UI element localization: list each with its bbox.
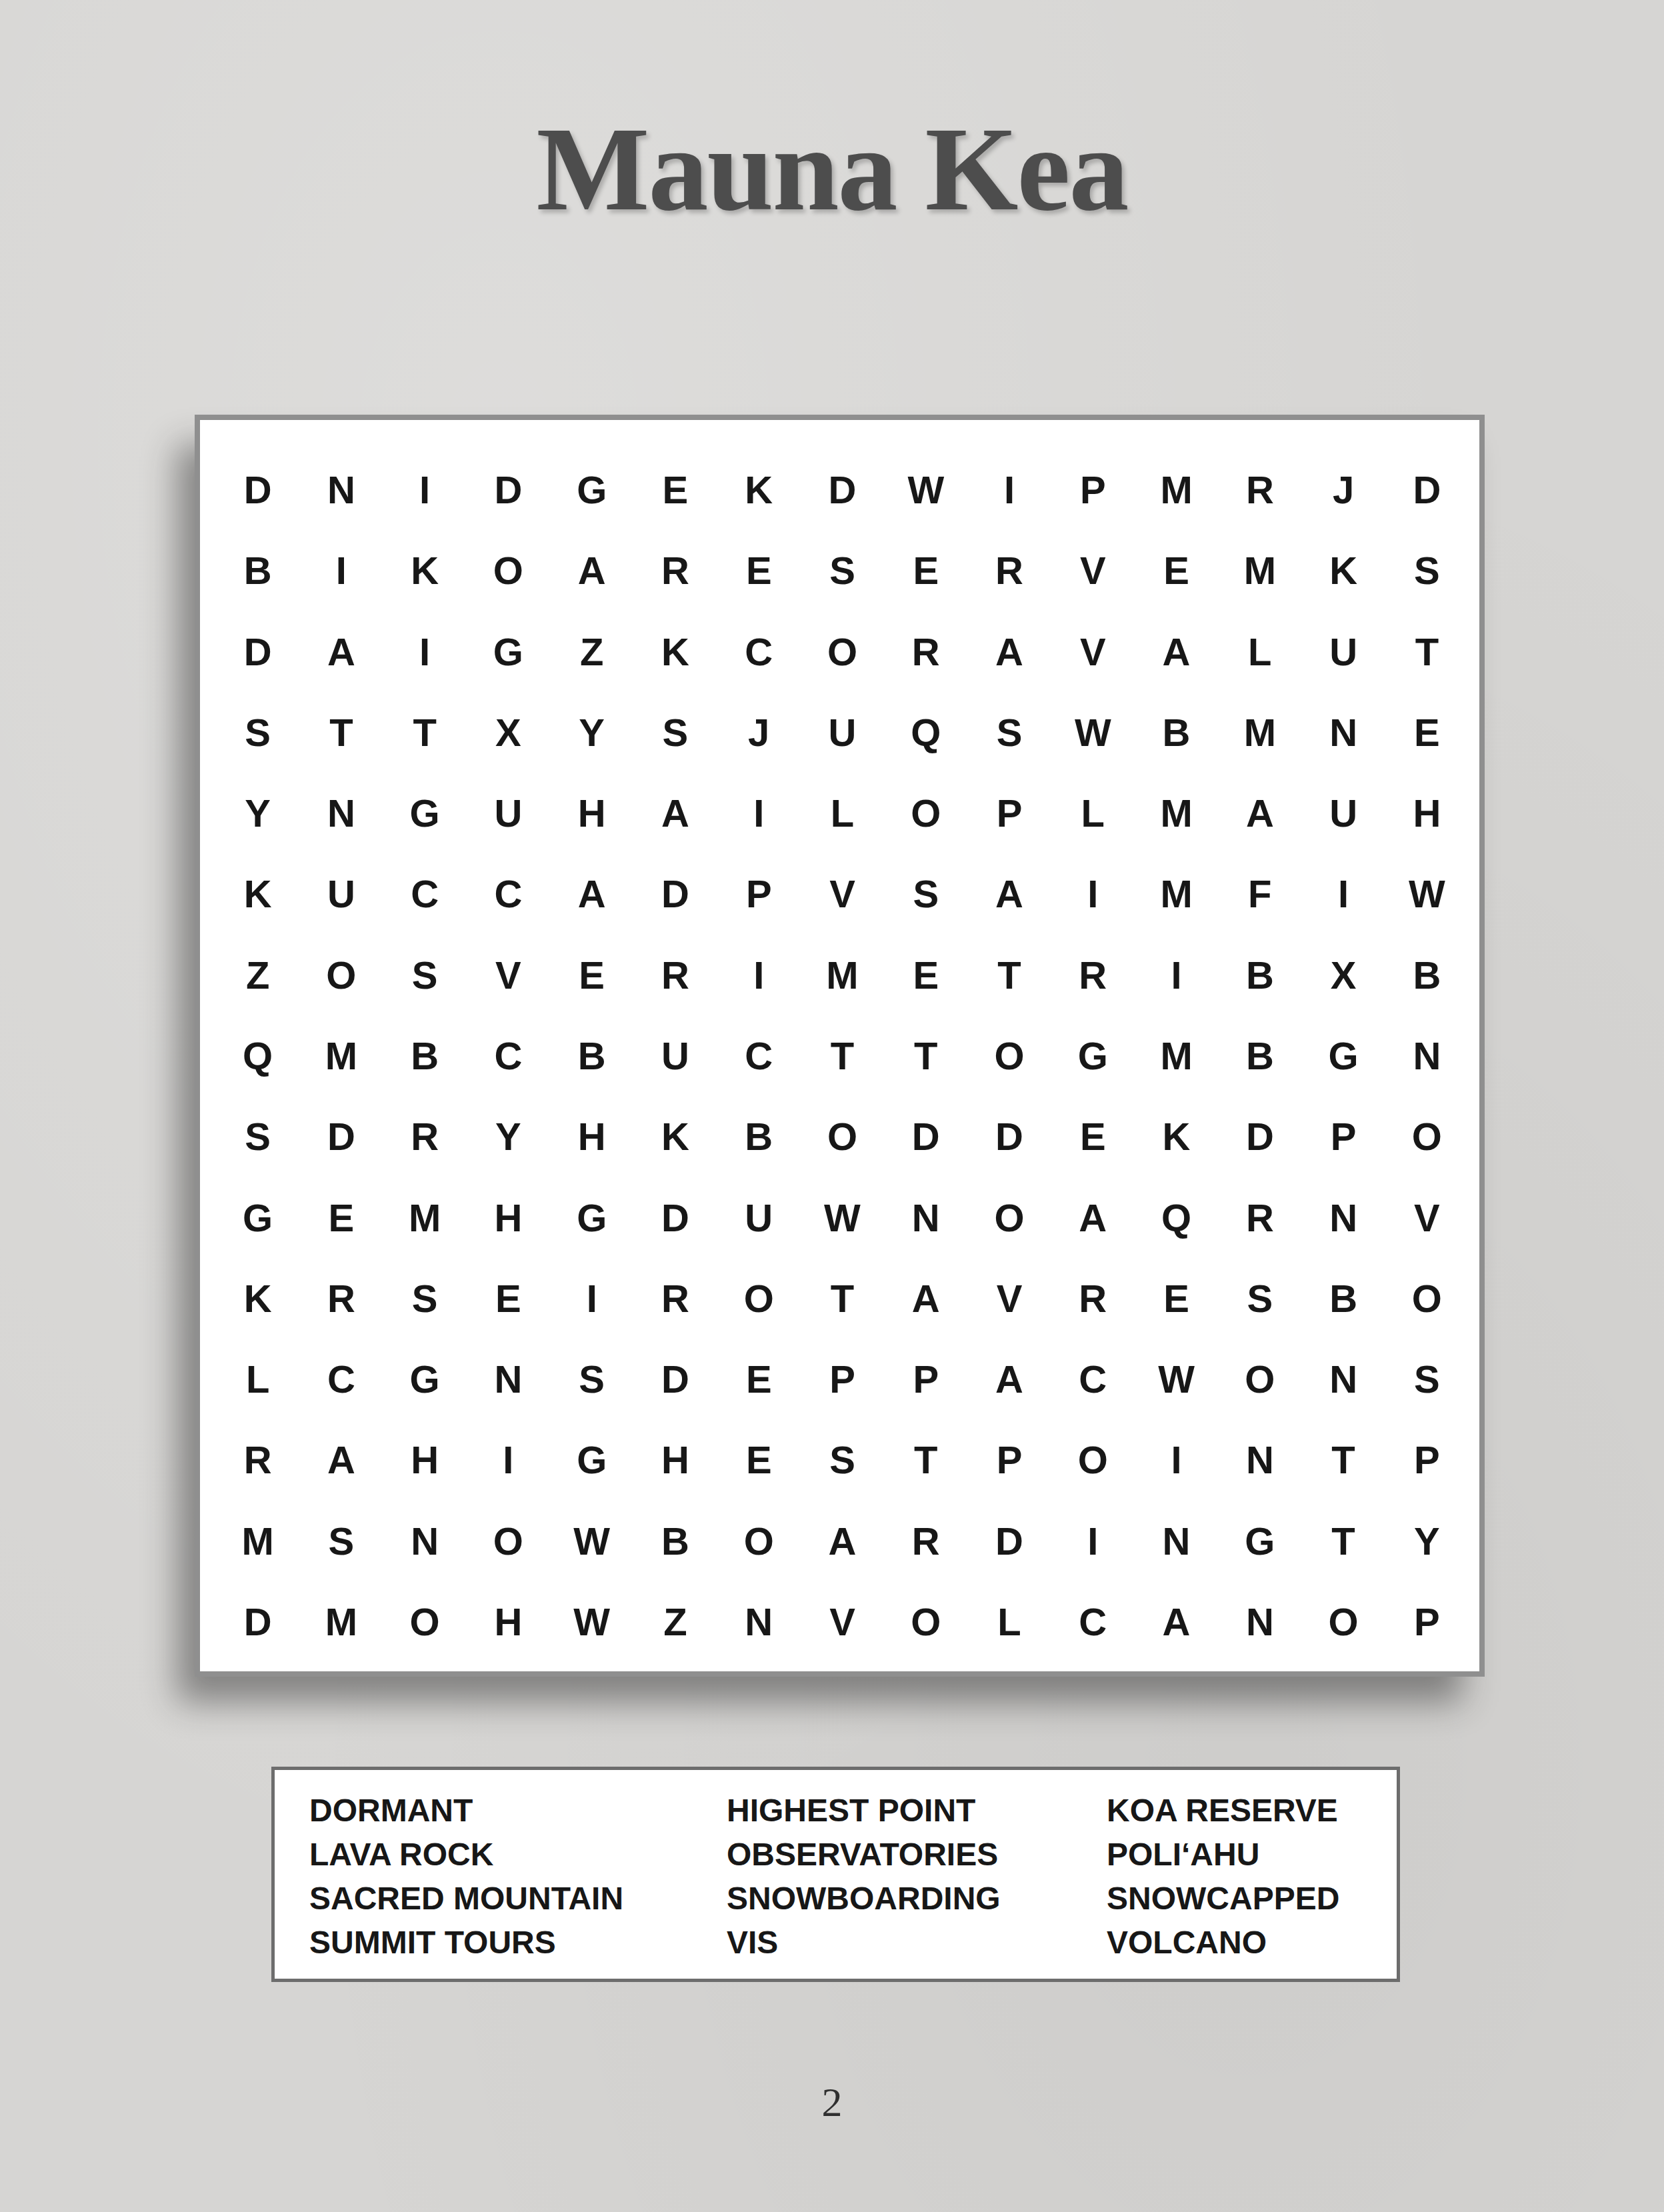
word-list-item: HIGHEST POINT <box>727 1789 1107 1833</box>
grid-cell-r4c1[interactable]: S <box>216 692 299 773</box>
grid-cell-r14c13[interactable]: G <box>1218 1500 1301 1581</box>
grid-cell-r14c9[interactable]: R <box>884 1500 967 1581</box>
grid-cell-r7c10[interactable]: T <box>967 935 1051 1015</box>
grid-cell-r9c4[interactable]: Y <box>467 1096 550 1177</box>
grid-cell-r8c1[interactable]: Q <box>216 1015 299 1096</box>
grid-cell-r3c14[interactable]: U <box>1301 611 1385 692</box>
word-list-column-1: DORMANTLAVA ROCKSACRED MOUNTAINSUMMIT TO… <box>309 1789 727 1979</box>
grid-cell-r11c6[interactable]: R <box>633 1258 717 1339</box>
grid-cell-r5c6[interactable]: A <box>633 773 717 853</box>
grid-cell-r10c7[interactable]: U <box>717 1177 801 1257</box>
grid-cell-r7c13[interactable]: B <box>1218 935 1301 1015</box>
grid-cell-r6c9[interactable]: S <box>884 853 967 934</box>
grid-cell-r1c9[interactable]: W <box>884 449 967 530</box>
grid-cell-r10c10[interactable]: O <box>967 1177 1051 1257</box>
grid-cell-r4c3[interactable]: T <box>383 692 467 773</box>
grid-cell-r8c14[interactable]: G <box>1301 1015 1385 1096</box>
grid-cell-r2c13[interactable]: M <box>1218 530 1301 611</box>
grid-cell-r2c12[interactable]: E <box>1135 530 1218 611</box>
grid-cell-r5c15[interactable]: H <box>1385 773 1469 853</box>
word-list-item: SUMMIT TOURS <box>309 1921 727 1965</box>
grid-cell-r11c4[interactable]: E <box>467 1258 550 1339</box>
grid-cell-r10c13[interactable]: R <box>1218 1177 1301 1257</box>
grid-cell-r7c15[interactable]: B <box>1385 935 1469 1015</box>
word-list-item: POLI‘AHU <box>1107 1833 1397 1877</box>
grid-cell-r11c11[interactable]: R <box>1051 1258 1135 1339</box>
grid-cell-r2c6[interactable]: R <box>633 530 717 611</box>
grid-cell-r14c15[interactable]: Y <box>1385 1500 1469 1581</box>
grid-cell-r11c10[interactable]: V <box>967 1258 1051 1339</box>
grid-cell-r1c12[interactable]: M <box>1135 449 1218 530</box>
grid-cell-r2c15[interactable]: S <box>1385 530 1469 611</box>
grid-cell-r5c7[interactable]: I <box>717 773 801 853</box>
grid-cell-r8c2[interactable]: M <box>299 1015 383 1096</box>
grid-cell-r4c2[interactable]: T <box>299 692 383 773</box>
grid-cell-r4c12[interactable]: B <box>1135 692 1218 773</box>
grid-cell-r6c3[interactable]: C <box>383 853 467 934</box>
grid-cell-r12c5[interactable]: S <box>550 1339 633 1419</box>
grid-cell-r13c13[interactable]: N <box>1218 1419 1301 1500</box>
grid-cell-r12c4[interactable]: N <box>467 1339 550 1419</box>
grid-cell-r8c11[interactable]: G <box>1051 1015 1135 1096</box>
grid-cell-r11c13[interactable]: S <box>1218 1258 1301 1339</box>
grid-cell-r11c8[interactable]: T <box>801 1258 884 1339</box>
grid-cell-r12c3[interactable]: G <box>383 1339 467 1419</box>
grid-cell-r4c6[interactable]: S <box>633 692 717 773</box>
grid-cell-r12c13[interactable]: O <box>1218 1339 1301 1419</box>
grid-cell-r10c2[interactable]: E <box>299 1177 383 1257</box>
grid-cell-r5c10[interactable]: P <box>967 773 1051 853</box>
grid-cell-r12c11[interactable]: C <box>1051 1339 1135 1419</box>
grid-cell-r11c9[interactable]: A <box>884 1258 967 1339</box>
grid-cell-r9c3[interactable]: R <box>383 1096 467 1177</box>
grid-cell-r5c1[interactable]: Y <box>216 773 299 853</box>
grid-cell-r3c6[interactable]: K <box>633 611 717 692</box>
page-title: Mauna Kea <box>0 100 1664 238</box>
grid-cell-r12c7[interactable]: E <box>717 1339 801 1419</box>
grid-cell-r9c10[interactable]: D <box>967 1096 1051 1177</box>
grid-cell-r2c9[interactable]: E <box>884 530 967 611</box>
grid-cell-r13c14[interactable]: T <box>1301 1419 1385 1500</box>
grid-cell-r8c9[interactable]: T <box>884 1015 967 1096</box>
grid-cell-r1c5[interactable]: G <box>550 449 633 530</box>
word-list-column-2: HIGHEST POINTOBSERVATORIESSNOWBOARDINGVI… <box>727 1789 1107 1979</box>
word-list-item: SNOWCAPPED <box>1107 1877 1397 1921</box>
grid-cell-r14c12[interactable]: N <box>1135 1500 1218 1581</box>
grid-cell-r4c10[interactable]: S <box>967 692 1051 773</box>
word-list-item: LAVA ROCK <box>309 1833 727 1877</box>
grid-cell-r11c12[interactable]: E <box>1135 1258 1218 1339</box>
grid-cell-r5c9[interactable]: O <box>884 773 967 853</box>
puzzle-page: Mauna Kea DNIDGEKDWIPMRJDBIKOARESERVEMKS… <box>0 0 1664 2212</box>
grid-cell-r1c11[interactable]: P <box>1051 449 1135 530</box>
grid-cell-r6c13[interactable]: F <box>1218 853 1301 934</box>
grid-cell-r6c14[interactable]: I <box>1301 853 1385 934</box>
grid-cell-r12c15[interactable]: S <box>1385 1339 1469 1419</box>
grid-cell-r10c4[interactable]: H <box>467 1177 550 1257</box>
grid-cell-r3c5[interactable]: Z <box>550 611 633 692</box>
grid-cell-r15c1[interactable]: D <box>216 1581 299 1662</box>
grid-cell-r5c13[interactable]: A <box>1218 773 1301 853</box>
grid-cell-r3c11[interactable]: V <box>1051 611 1135 692</box>
word-list-item: KOA RESERVE <box>1107 1789 1397 1833</box>
grid-cell-r12c10[interactable]: A <box>967 1339 1051 1419</box>
grid-cell-r13c2[interactable]: A <box>299 1419 383 1500</box>
grid-cell-r8c5[interactable]: B <box>550 1015 633 1096</box>
grid-cell-r3c15[interactable]: T <box>1385 611 1469 692</box>
grid-cell-r1c1[interactable]: D <box>216 449 299 530</box>
grid-cell-r2c3[interactable]: K <box>383 530 467 611</box>
word-list-box: DORMANTLAVA ROCKSACRED MOUNTAINSUMMIT TO… <box>271 1767 1400 1982</box>
grid-cell-r9c12[interactable]: K <box>1135 1096 1218 1177</box>
grid-cell-r9c1[interactable]: S <box>216 1096 299 1177</box>
grid-cell-r7c2[interactable]: O <box>299 935 383 1015</box>
grid-cell-r3c7[interactable]: C <box>717 611 801 692</box>
grid-cell-r13c9[interactable]: T <box>884 1419 967 1500</box>
grid-cell-r2c7[interactable]: E <box>717 530 801 611</box>
grid-cell-r7c1[interactable]: Z <box>216 935 299 1015</box>
grid-cell-r8c6[interactable]: U <box>633 1015 717 1096</box>
grid-cell-r15c13[interactable]: N <box>1218 1581 1301 1662</box>
grid-cell-r13c4[interactable]: I <box>467 1419 550 1500</box>
grid-cell-r12c12[interactable]: W <box>1135 1339 1218 1419</box>
grid-cell-r15c4[interactable]: H <box>467 1581 550 1662</box>
grid-cell-r12c14[interactable]: N <box>1301 1339 1385 1419</box>
grid-cell-r4c8[interactable]: U <box>801 692 884 773</box>
grid-cell-r15c14[interactable]: O <box>1301 1581 1385 1662</box>
grid-cell-r7c5[interactable]: E <box>550 935 633 1015</box>
grid-cell-r15c9[interactable]: O <box>884 1581 967 1662</box>
grid-cell-r10c11[interactable]: A <box>1051 1177 1135 1257</box>
grid-cell-r4c4[interactable]: X <box>467 692 550 773</box>
grid-cell-r12c6[interactable]: D <box>633 1339 717 1419</box>
word-list-item: SNOWBOARDING <box>727 1877 1107 1921</box>
grid-cell-r4c11[interactable]: W <box>1051 692 1135 773</box>
grid-cell-r8c13[interactable]: B <box>1218 1015 1301 1096</box>
grid-cell-r11c15[interactable]: O <box>1385 1258 1469 1339</box>
grid-cell-r14c5[interactable]: W <box>550 1500 633 1581</box>
grid-cell-r5c2[interactable]: N <box>299 773 383 853</box>
grid-cell-r6c8[interactable]: V <box>801 853 884 934</box>
grid-cell-r6c5[interactable]: A <box>550 853 633 934</box>
grid-cell-r7c8[interactable]: M <box>801 935 884 1015</box>
grid-cell-r9c5[interactable]: H <box>550 1096 633 1177</box>
grid-cell-r9c8[interactable]: O <box>801 1096 884 1177</box>
grid-cell-r1c7[interactable]: K <box>717 449 801 530</box>
grid-cell-r13c5[interactable]: G <box>550 1419 633 1500</box>
grid-cell-r15c11[interactable]: C <box>1051 1581 1135 1662</box>
grid-cell-r15c15[interactable]: P <box>1385 1581 1469 1662</box>
grid-cell-r14c10[interactable]: D <box>967 1500 1051 1581</box>
grid-cell-r10c9[interactable]: N <box>884 1177 967 1257</box>
grid-cell-r9c14[interactable]: P <box>1301 1096 1385 1177</box>
word-search-grid: DNIDGEKDWIPMRJDBIKOARESERVEMKSDAIGZKCORA… <box>200 420 1479 1671</box>
grid-cell-r8c10[interactable]: O <box>967 1015 1051 1096</box>
grid-cell-r12c8[interactable]: P <box>801 1339 884 1419</box>
grid-cell-r5c4[interactable]: U <box>467 773 550 853</box>
word-list-column-3: KOA RESERVEPOLI‘AHUSNOWCAPPEDVOLCANO <box>1107 1789 1397 1979</box>
grid-cell-r1c15[interactable]: D <box>1385 449 1469 530</box>
word-list-item: VOLCANO <box>1107 1921 1397 1965</box>
grid-cell-r10c8[interactable]: W <box>801 1177 884 1257</box>
grid-cell-r4c9[interactable]: Q <box>884 692 967 773</box>
grid-cell-r6c15[interactable]: W <box>1385 853 1469 934</box>
grid-cell-r12c9[interactable]: P <box>884 1339 967 1419</box>
grid-cell-r13c1[interactable]: R <box>216 1419 299 1500</box>
grid-cell-r15c10[interactable]: L <box>967 1581 1051 1662</box>
grid-cell-r6c7[interactable]: P <box>717 853 801 934</box>
grid-cell-r7c4[interactable]: V <box>467 935 550 1015</box>
grid-cell-r14c1[interactable]: M <box>216 1500 299 1581</box>
grid-cell-r11c3[interactable]: S <box>383 1258 467 1339</box>
grid-cell-r11c2[interactable]: R <box>299 1258 383 1339</box>
grid-cell-r12c1[interactable]: L <box>216 1339 299 1419</box>
grid-cell-r1c8[interactable]: D <box>801 449 884 530</box>
grid-cell-r2c10[interactable]: R <box>967 530 1051 611</box>
grid-cell-r15c2[interactable]: M <box>299 1581 383 1662</box>
grid-cell-r14c14[interactable]: T <box>1301 1500 1385 1581</box>
grid-cell-r9c2[interactable]: D <box>299 1096 383 1177</box>
word-search-grid-box: DNIDGEKDWIPMRJDBIKOARESERVEMKSDAIGZKCORA… <box>195 415 1485 1677</box>
grid-cell-r14c6[interactable]: B <box>633 1500 717 1581</box>
grid-cell-r3c12[interactable]: A <box>1135 611 1218 692</box>
grid-cell-r4c7[interactable]: J <box>717 692 801 773</box>
grid-cell-r1c3[interactable]: I <box>383 449 467 530</box>
grid-cell-r15c5[interactable]: W <box>550 1581 633 1662</box>
grid-cell-r2c1[interactable]: B <box>216 530 299 611</box>
grid-cell-r8c15[interactable]: N <box>1385 1015 1469 1096</box>
grid-cell-r2c8[interactable]: S <box>801 530 884 611</box>
grid-cell-r7c11[interactable]: R <box>1051 935 1135 1015</box>
grid-cell-r14c7[interactable]: O <box>717 1500 801 1581</box>
grid-cell-r14c3[interactable]: N <box>383 1500 467 1581</box>
grid-cell-r15c6[interactable]: Z <box>633 1581 717 1662</box>
grid-cell-r14c11[interactable]: I <box>1051 1500 1135 1581</box>
grid-cell-r10c15[interactable]: V <box>1385 1177 1469 1257</box>
grid-cell-r1c4[interactable]: D <box>467 449 550 530</box>
grid-cell-r2c4[interactable]: O <box>467 530 550 611</box>
grid-cell-r7c14[interactable]: X <box>1301 935 1385 1015</box>
page-number: 2 <box>0 2079 1664 2126</box>
grid-cell-r3c8[interactable]: O <box>801 611 884 692</box>
grid-cell-r6c10[interactable]: A <box>967 853 1051 934</box>
grid-cell-r11c7[interactable]: O <box>717 1258 801 1339</box>
grid-cell-r6c4[interactable]: C <box>467 853 550 934</box>
grid-cell-r6c11[interactable]: I <box>1051 853 1135 934</box>
grid-cell-r7c6[interactable]: R <box>633 935 717 1015</box>
grid-cell-r3c1[interactable]: D <box>216 611 299 692</box>
grid-cell-r6c2[interactable]: U <box>299 853 383 934</box>
grid-cell-r9c7[interactable]: B <box>717 1096 801 1177</box>
grid-cell-r3c10[interactable]: A <box>967 611 1051 692</box>
grid-cell-r8c8[interactable]: T <box>801 1015 884 1096</box>
grid-cell-r11c14[interactable]: B <box>1301 1258 1385 1339</box>
grid-cell-r4c15[interactable]: E <box>1385 692 1469 773</box>
grid-cell-r9c15[interactable]: O <box>1385 1096 1469 1177</box>
grid-cell-r9c11[interactable]: E <box>1051 1096 1135 1177</box>
grid-cell-r1c10[interactable]: I <box>967 449 1051 530</box>
grid-cell-r10c14[interactable]: N <box>1301 1177 1385 1257</box>
grid-cell-r8c12[interactable]: M <box>1135 1015 1218 1096</box>
grid-cell-r15c12[interactable]: A <box>1135 1581 1218 1662</box>
grid-cell-r5c5[interactable]: H <box>550 773 633 853</box>
grid-cell-r6c6[interactable]: D <box>633 853 717 934</box>
grid-cell-r10c12[interactable]: Q <box>1135 1177 1218 1257</box>
grid-cell-r10c1[interactable]: G <box>216 1177 299 1257</box>
grid-cell-r11c1[interactable]: K <box>216 1258 299 1339</box>
word-list-item: OBSERVATORIES <box>727 1833 1107 1877</box>
grid-cell-r8c7[interactable]: C <box>717 1015 801 1096</box>
grid-cell-r9c6[interactable]: K <box>633 1096 717 1177</box>
word-list-item: SACRED MOUNTAIN <box>309 1877 727 1921</box>
grid-cell-r14c4[interactable]: O <box>467 1500 550 1581</box>
grid-cell-r7c9[interactable]: E <box>884 935 967 1015</box>
grid-cell-r3c4[interactable]: G <box>467 611 550 692</box>
grid-cell-r2c11[interactable]: V <box>1051 530 1135 611</box>
grid-cell-r15c8[interactable]: V <box>801 1581 884 1662</box>
grid-cell-r15c3[interactable]: O <box>383 1581 467 1662</box>
grid-cell-r3c2[interactable]: A <box>299 611 383 692</box>
grid-cell-r3c9[interactable]: R <box>884 611 967 692</box>
grid-cell-r3c13[interactable]: L <box>1218 611 1301 692</box>
grid-cell-r7c3[interactable]: S <box>383 935 467 1015</box>
grid-cell-r13c6[interactable]: H <box>633 1419 717 1500</box>
grid-cell-r9c9[interactable]: D <box>884 1096 967 1177</box>
grid-cell-r6c12[interactable]: M <box>1135 853 1218 934</box>
grid-cell-r2c14[interactable]: K <box>1301 530 1385 611</box>
grid-cell-r7c12[interactable]: I <box>1135 935 1218 1015</box>
grid-cell-r7c7[interactable]: I <box>717 935 801 1015</box>
word-list-item: DORMANT <box>309 1789 727 1833</box>
grid-cell-r5c12[interactable]: M <box>1135 773 1218 853</box>
grid-cell-r1c2[interactable]: N <box>299 449 383 530</box>
grid-cell-r13c12[interactable]: I <box>1135 1419 1218 1500</box>
grid-cell-r4c14[interactable]: N <box>1301 692 1385 773</box>
word-list-item: VIS <box>727 1921 1107 1965</box>
grid-cell-r8c3[interactable]: B <box>383 1015 467 1096</box>
grid-cell-r5c11[interactable]: L <box>1051 773 1135 853</box>
grid-cell-r4c5[interactable]: Y <box>550 692 633 773</box>
grid-cell-r2c2[interactable]: I <box>299 530 383 611</box>
grid-cell-r3c3[interactable]: I <box>383 611 467 692</box>
grid-cell-r13c11[interactable]: O <box>1051 1419 1135 1500</box>
grid-cell-r12c2[interactable]: C <box>299 1339 383 1419</box>
grid-cell-r13c15[interactable]: P <box>1385 1419 1469 1500</box>
grid-cell-r8c4[interactable]: C <box>467 1015 550 1096</box>
grid-cell-r10c3[interactable]: M <box>383 1177 467 1257</box>
grid-cell-r11c5[interactable]: I <box>550 1258 633 1339</box>
grid-cell-r1c13[interactable]: R <box>1218 449 1301 530</box>
grid-cell-r4c13[interactable]: M <box>1218 692 1301 773</box>
grid-cell-r14c2[interactable]: S <box>299 1500 383 1581</box>
grid-cell-r2c5[interactable]: A <box>550 530 633 611</box>
grid-cell-r13c7[interactable]: E <box>717 1419 801 1500</box>
grid-cell-r1c14[interactable]: J <box>1301 449 1385 530</box>
grid-cell-r13c8[interactable]: S <box>801 1419 884 1500</box>
grid-cell-r6c1[interactable]: K <box>216 853 299 934</box>
grid-cell-r13c3[interactable]: H <box>383 1419 467 1500</box>
grid-cell-r14c8[interactable]: A <box>801 1500 884 1581</box>
grid-cell-r13c10[interactable]: P <box>967 1419 1051 1500</box>
grid-cell-r5c8[interactable]: L <box>801 773 884 853</box>
grid-cell-r15c7[interactable]: N <box>717 1581 801 1662</box>
grid-cell-r9c13[interactable]: D <box>1218 1096 1301 1177</box>
grid-cell-r1c6[interactable]: E <box>633 449 717 530</box>
grid-cell-r5c14[interactable]: U <box>1301 773 1385 853</box>
grid-cell-r10c5[interactable]: G <box>550 1177 633 1257</box>
grid-cell-r5c3[interactable]: G <box>383 773 467 853</box>
grid-cell-r10c6[interactable]: D <box>633 1177 717 1257</box>
